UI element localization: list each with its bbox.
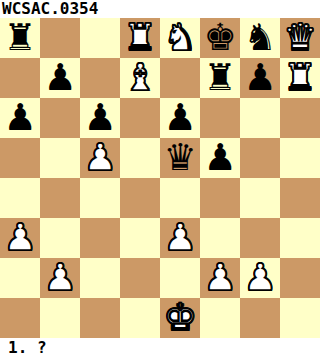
square-e1[interactable]: ♚ xyxy=(160,298,200,338)
white-bishop-d7[interactable]: ♝ xyxy=(120,58,160,98)
black-queen-e5[interactable]: ♛ xyxy=(160,138,200,178)
square-e2[interactable] xyxy=(160,258,200,298)
black-pawn-a6[interactable]: ♟ xyxy=(0,98,40,138)
chess-board: ♜♜♞♚♞♛♟♝♜♟♜♟♟♟♟♛♟♟♟♟♟♟♚ xyxy=(0,18,320,338)
move-prompt: 1. ? xyxy=(0,338,320,360)
square-c2[interactable] xyxy=(80,258,120,298)
square-a8[interactable]: ♜ xyxy=(0,18,40,58)
white-pawn-c5[interactable]: ♟ xyxy=(80,138,120,178)
square-h8[interactable]: ♛ xyxy=(280,18,320,58)
square-b1[interactable] xyxy=(40,298,80,338)
white-queen-h8[interactable]: ♛ xyxy=(280,18,320,58)
square-a2[interactable] xyxy=(0,258,40,298)
square-c3[interactable] xyxy=(80,218,120,258)
black-pawn-g7[interactable]: ♟ xyxy=(240,58,280,98)
square-c5[interactable]: ♟ xyxy=(80,138,120,178)
black-knight-g8[interactable]: ♞ xyxy=(240,18,280,58)
square-c4[interactable] xyxy=(80,178,120,218)
square-d4[interactable] xyxy=(120,178,160,218)
square-g8[interactable]: ♞ xyxy=(240,18,280,58)
white-knight-e8[interactable]: ♞ xyxy=(160,18,200,58)
black-pawn-f5[interactable]: ♟ xyxy=(200,138,240,178)
square-b7[interactable]: ♟ xyxy=(40,58,80,98)
square-h4[interactable] xyxy=(280,178,320,218)
square-a4[interactable] xyxy=(0,178,40,218)
square-g7[interactable]: ♟ xyxy=(240,58,280,98)
square-b3[interactable] xyxy=(40,218,80,258)
square-f5[interactable]: ♟ xyxy=(200,138,240,178)
black-pawn-b7[interactable]: ♟ xyxy=(40,58,80,98)
square-d7[interactable]: ♝ xyxy=(120,58,160,98)
square-d2[interactable] xyxy=(120,258,160,298)
square-f6[interactable] xyxy=(200,98,240,138)
square-g2[interactable]: ♟ xyxy=(240,258,280,298)
square-f7[interactable]: ♜ xyxy=(200,58,240,98)
square-g1[interactable] xyxy=(240,298,280,338)
square-e4[interactable] xyxy=(160,178,200,218)
square-e6[interactable]: ♟ xyxy=(160,98,200,138)
square-b5[interactable] xyxy=(40,138,80,178)
square-e5[interactable]: ♛ xyxy=(160,138,200,178)
square-g3[interactable] xyxy=(240,218,280,258)
square-d5[interactable] xyxy=(120,138,160,178)
square-d1[interactable] xyxy=(120,298,160,338)
square-a5[interactable] xyxy=(0,138,40,178)
square-d8[interactable]: ♜ xyxy=(120,18,160,58)
square-b6[interactable] xyxy=(40,98,80,138)
square-b8[interactable] xyxy=(40,18,80,58)
white-pawn-e3[interactable]: ♟ xyxy=(160,218,200,258)
square-f1[interactable] xyxy=(200,298,240,338)
square-c7[interactable] xyxy=(80,58,120,98)
square-g6[interactable] xyxy=(240,98,280,138)
black-king-f8[interactable]: ♚ xyxy=(200,18,240,58)
white-pawn-b2[interactable]: ♟ xyxy=(40,258,80,298)
square-h5[interactable] xyxy=(280,138,320,178)
square-h1[interactable] xyxy=(280,298,320,338)
square-c8[interactable] xyxy=(80,18,120,58)
white-pawn-g2[interactable]: ♟ xyxy=(240,258,280,298)
black-pawn-e6[interactable]: ♟ xyxy=(160,98,200,138)
square-c6[interactable]: ♟ xyxy=(80,98,120,138)
square-h6[interactable] xyxy=(280,98,320,138)
white-pawn-f2[interactable]: ♟ xyxy=(200,258,240,298)
square-e8[interactable]: ♞ xyxy=(160,18,200,58)
square-b2[interactable]: ♟ xyxy=(40,258,80,298)
square-c1[interactable] xyxy=(80,298,120,338)
square-e7[interactable] xyxy=(160,58,200,98)
white-pawn-a3[interactable]: ♟ xyxy=(0,218,40,258)
black-rook-f7[interactable]: ♜ xyxy=(200,58,240,98)
square-a6[interactable]: ♟ xyxy=(0,98,40,138)
square-b4[interactable] xyxy=(40,178,80,218)
square-a7[interactable] xyxy=(0,58,40,98)
square-h2[interactable] xyxy=(280,258,320,298)
square-f4[interactable] xyxy=(200,178,240,218)
square-d3[interactable] xyxy=(120,218,160,258)
square-g5[interactable] xyxy=(240,138,280,178)
square-d6[interactable] xyxy=(120,98,160,138)
white-rook-d8[interactable]: ♜ xyxy=(120,18,160,58)
white-rook-h7[interactable]: ♜ xyxy=(280,58,320,98)
square-f8[interactable]: ♚ xyxy=(200,18,240,58)
square-f3[interactable] xyxy=(200,218,240,258)
square-h3[interactable] xyxy=(280,218,320,258)
square-a3[interactable]: ♟ xyxy=(0,218,40,258)
square-g4[interactable] xyxy=(240,178,280,218)
white-king-e1[interactable]: ♚ xyxy=(160,298,200,338)
square-e3[interactable]: ♟ xyxy=(160,218,200,258)
black-pawn-c6[interactable]: ♟ xyxy=(80,98,120,138)
square-h7[interactable]: ♜ xyxy=(280,58,320,98)
square-f2[interactable]: ♟ xyxy=(200,258,240,298)
square-a1[interactable] xyxy=(0,298,40,338)
black-rook-a8[interactable]: ♜ xyxy=(0,18,40,58)
